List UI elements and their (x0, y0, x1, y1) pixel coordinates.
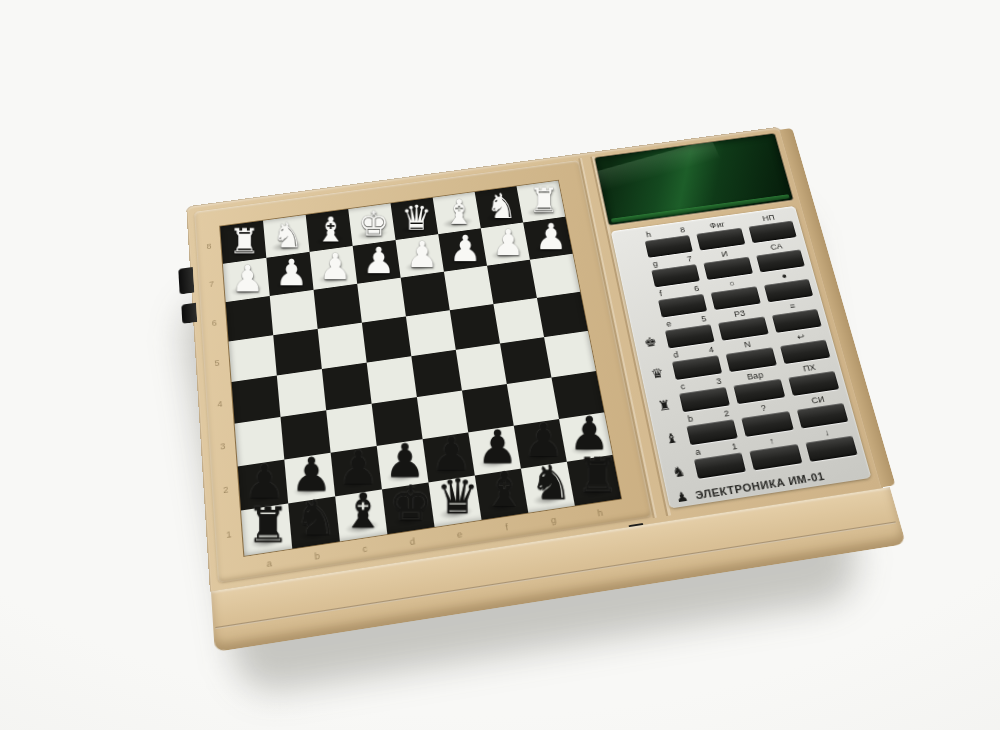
key-a1[interactable] (694, 452, 746, 479)
square-h7: ♟ (523, 217, 573, 260)
file-key-label: f (659, 289, 664, 299)
brand-label: ЭЛЕКТРОНИКА ИМ-01 (694, 470, 826, 501)
photo-background: 87654321 abcdefgh ♜♞♝♚♛♝♞♜♟♟♟♟♟♟♟♟♟♟♟♟♟♟… (0, 0, 1000, 730)
keypad-labels-row-8: a1↑↓ (665, 424, 852, 462)
label-spacer (651, 384, 671, 397)
knight-icon: ♞ (668, 461, 691, 483)
rank-key-label: 3 (715, 376, 722, 387)
keypad-labels-row-7: b2?СИ (658, 392, 843, 429)
piece-white-pawn[interactable]: ♟ (313, 249, 357, 285)
piece-white-bishop[interactable]: ♝ (438, 195, 481, 229)
file-key-label: a (694, 447, 701, 458)
rank-label-4: 4 (205, 382, 234, 427)
piece-black-queen[interactable]: ♛ (434, 473, 481, 521)
piece-white-rook[interactable]: ♜ (523, 184, 566, 218)
piece-white-pawn[interactable]: ♟ (486, 225, 529, 261)
file-label-g: g (529, 508, 579, 535)
label-spacer (658, 416, 678, 429)
square-b7: ♟ (266, 252, 313, 296)
icon-empty (622, 250, 639, 252)
piece-black-bishop[interactable]: ♝ (481, 466, 528, 514)
rank-key-label: 7 (686, 254, 693, 264)
icon-empty (635, 310, 652, 312)
square-e7: ♟ (396, 234, 444, 278)
icon-empty (628, 280, 645, 282)
piece-black-knight[interactable]: ♞ (528, 459, 575, 507)
king-icon: ♚ (640, 332, 661, 352)
rank-key-label: 8 (679, 225, 686, 235)
coord-label-c3: c3 (677, 376, 726, 393)
piece-white-queen[interactable]: ♛ (395, 201, 438, 235)
piece-white-pawn[interactable]: ♟ (270, 255, 314, 291)
key-var-label: Вар (731, 368, 780, 385)
keypad-keys-row-7: ♝ (660, 402, 848, 450)
case-latch (178, 267, 194, 295)
display-glare (595, 139, 720, 195)
pieces-layer: ♜♞♝♚♛♝♞♜♟♟♟♟♟♟♟♟♟♟♟♟♟♟♟♟♜♞♝♚♛♝♞♜ (220, 181, 621, 556)
rank-label-5: 5 (203, 341, 232, 385)
rank-key-label: 4 (708, 345, 715, 356)
piece-black-knight[interactable]: ♞ (292, 494, 340, 543)
key-down-label: ↓ (802, 424, 852, 441)
square-c1: ♝ (335, 489, 387, 541)
key-up[interactable] (750, 444, 802, 470)
file-label-c: c (340, 536, 390, 564)
rook-icon: ♜ (653, 395, 675, 416)
square-a1: ♜ (241, 503, 292, 555)
square-f7: ♟ (438, 228, 487, 271)
piece-white-bishop[interactable]: ♝ (309, 213, 352, 248)
rank-label-7: 7 (198, 264, 226, 306)
file-key-label: c (680, 382, 687, 393)
key-si-label: СИ (794, 392, 843, 409)
square-a7: ♟ (223, 258, 270, 302)
key-si[interactable] (796, 403, 848, 429)
square-d7: ♟ (353, 240, 401, 284)
piece-white-king[interactable]: ♚ (352, 207, 395, 241)
piece-black-rook[interactable]: ♜ (244, 502, 292, 551)
piece-black-king[interactable]: ♚ (387, 480, 435, 528)
file-key-label: h (645, 230, 652, 240)
rank-label-6: 6 (200, 302, 228, 345)
piece-black-rook[interactable]: ♜ (574, 452, 621, 500)
file-key-label: g (652, 259, 659, 269)
coord-label-b2: b2 (684, 408, 734, 425)
rank-label-2: 2 (211, 466, 241, 514)
keypad: h8ФигНПg7ИСАf6○●e5РЗ≡♚d4N↩♛c3ВарПХ♜b2?СИ… (618, 211, 858, 484)
key-px[interactable] (788, 371, 839, 396)
rank-label-3: 3 (208, 424, 238, 471)
rank-key-label: 1 (731, 441, 739, 452)
label-spacer (665, 449, 685, 462)
piece-white-pawn[interactable]: ♟ (443, 231, 486, 267)
square-f1: ♝ (475, 469, 528, 520)
file-label-h: h (575, 501, 625, 528)
rank-label-1: 1 (214, 511, 245, 561)
piece-white-rook[interactable]: ♜ (223, 224, 266, 259)
key-c3[interactable] (679, 387, 730, 412)
board-frame: 87654321 abcdefgh ♜♞♝♚♛♝♞♜♟♟♟♟♟♟♟♟♟♟♟♟♟♟… (194, 160, 652, 583)
coord-label-a1: a1 (691, 441, 741, 459)
square-c7: ♟ (310, 246, 358, 290)
rank-label-8: 8 (195, 226, 223, 267)
file-key-label: e (665, 319, 672, 329)
piece-white-knight[interactable]: ♞ (266, 219, 309, 254)
file-label-e: e (435, 522, 485, 549)
key-hint[interactable] (742, 411, 794, 437)
piece-black-bishop[interactable]: ♝ (340, 487, 388, 535)
piece-white-pawn[interactable]: ♟ (529, 219, 572, 255)
square-b1: ♞ (288, 496, 340, 548)
key-hint-label: ? (739, 400, 788, 417)
rank-key-label: 5 (700, 314, 707, 324)
square-g1: ♞ (521, 462, 575, 513)
keypad-keys-row-8: ♞ (667, 435, 858, 484)
rank-key-label: 6 (693, 284, 700, 294)
brand-name: ЭЛЕКТРОНИКА (694, 476, 786, 501)
model-name: ИМ-01 (787, 470, 826, 487)
square-g7: ♟ (481, 222, 530, 265)
piece-white-pawn[interactable]: ♟ (226, 261, 270, 298)
key-down[interactable] (805, 436, 858, 462)
queen-icon: ♛ (646, 363, 668, 384)
piece-white-pawn[interactable]: ♟ (357, 243, 401, 279)
file-label-b: b (292, 543, 342, 571)
square-h1: ♜ (567, 455, 621, 506)
square-e1: ♛ (428, 476, 481, 527)
piece-white-pawn[interactable]: ♟ (400, 237, 444, 273)
case-latch (181, 303, 197, 324)
pawn-icon: ♟ (674, 487, 690, 509)
key-b2[interactable] (686, 419, 738, 445)
file-label-f: f (482, 515, 532, 542)
piece-white-knight[interactable]: ♞ (480, 190, 523, 224)
square-d1: ♚ (382, 482, 435, 534)
file-key-label: b (687, 414, 694, 425)
file-label-a: a (245, 551, 295, 579)
bishop-icon: ♝ (660, 427, 682, 449)
keypad-keys-row-6: ♜ (653, 370, 839, 417)
file-key-label: d (672, 350, 679, 361)
file-label-d: d (388, 529, 438, 557)
key-up-label: ↑ (747, 433, 797, 451)
key-var[interactable] (734, 379, 785, 404)
rank-key-label: 2 (723, 408, 730, 419)
